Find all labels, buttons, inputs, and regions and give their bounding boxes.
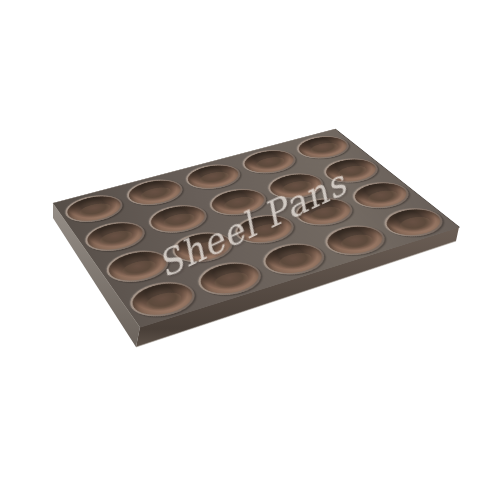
muffin-cup-interior: [262, 170, 329, 202]
product-photo: Sheel Pans: [0, 0, 500, 500]
muffin-cup-base: [247, 221, 286, 239]
muffin-cup-base: [77, 201, 114, 218]
muffin-cup-base: [307, 141, 341, 155]
muffin-cup-base: [275, 251, 315, 271]
muffin-cup-base: [221, 195, 258, 212]
muffin-cup-interior: [122, 176, 187, 208]
muffin-cup-base: [279, 179, 315, 195]
muffin-cup-base: [396, 215, 435, 233]
muffin-cup-interior: [81, 218, 150, 254]
muffin-cup-base: [307, 204, 345, 222]
muffin-cup-base: [253, 155, 288, 170]
muffin-cup-base: [184, 239, 223, 258]
muffin-cup-interior: [144, 202, 212, 237]
muffin-cup-base: [138, 185, 174, 201]
muffin-cup-base: [211, 270, 252, 291]
muffin-cup-interior: [347, 179, 416, 212]
muffin-cup-interior: [167, 229, 239, 267]
muffin-cup-base: [364, 188, 401, 205]
muffin-cup-interior: [237, 147, 301, 177]
muffin-cup-interior: [318, 155, 384, 185]
muffin-cup-interior: [289, 195, 359, 229]
muffin-cup-interior: [230, 212, 301, 248]
muffin-cup-base: [334, 164, 370, 180]
muffin-cup-base: [337, 232, 377, 251]
muffin-cup-base: [119, 258, 159, 278]
muffin-cup-interior: [204, 185, 272, 218]
muffin-cup-base: [197, 170, 232, 186]
muffin-cup-base: [97, 228, 135, 247]
muffin-cup-base: [143, 290, 185, 312]
muffin-cup-base: [160, 211, 198, 229]
muffin-cup-interior: [102, 247, 174, 287]
muffin-cup-interior: [291, 133, 355, 161]
muffin-cup-interior: [181, 161, 246, 192]
